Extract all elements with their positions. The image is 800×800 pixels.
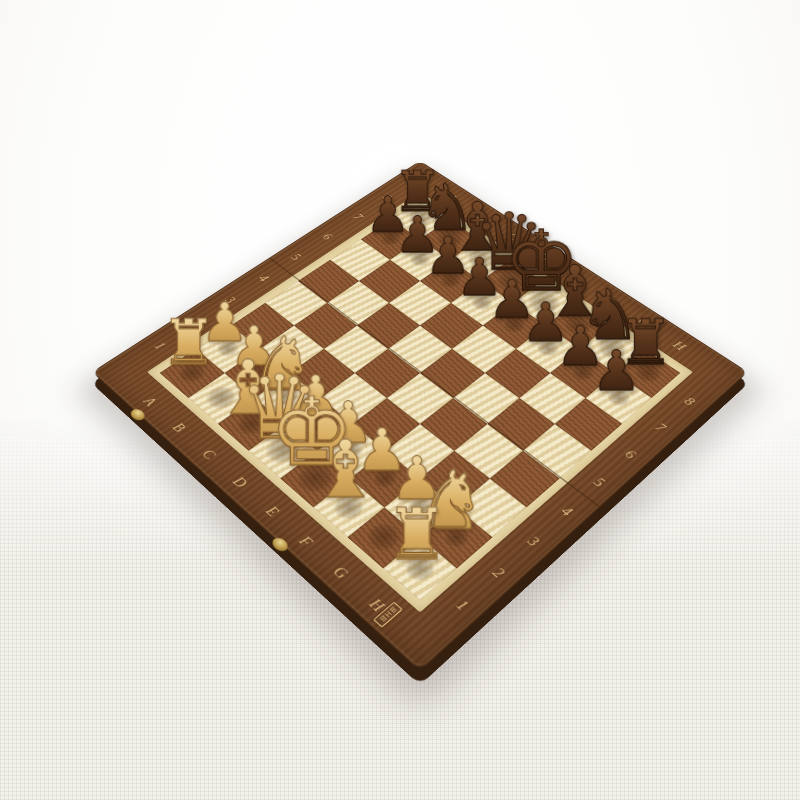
rank-label-left-4: 4 [256,273,272,284]
brand-stamp-text: BHB [378,606,398,624]
rank-label-right-6: 6 [623,448,640,462]
rank-label-right-3: 3 [525,534,543,549]
file-label-near-g: G [330,564,351,582]
hinge-clasp-icon [270,536,291,554]
rank-label-right-4: 4 [559,504,576,519]
black-pawn-icon: ♟ [592,344,641,399]
white-bishop-icon: ♝ [310,430,381,509]
file-label-near-c: C [199,447,218,462]
rank-label-right-8: 8 [682,395,698,408]
rank-label-left-5: 5 [289,252,304,262]
white-rook-icon: ♜ [161,312,217,374]
file-label-near-h: H [366,596,388,615]
hinge-clasp-icon [128,407,147,422]
rank-label-right-7: 7 [653,421,669,434]
rank-label-right-1: 1 [453,597,472,614]
file-label-near-d: D [230,474,250,490]
file-label-near-b: B [170,420,189,434]
rank-label-left-6: 6 [320,232,335,242]
photo-scene: AABBCCDDEEFFGGHH1122334455667788 BHB ♜♞♝… [0,0,800,800]
rank-label-right-2: 2 [490,565,508,581]
white-rook-icon: ♜ [385,499,448,570]
file-label-near-f: F [296,533,316,549]
file-label-near-a: A [141,395,159,409]
brand-stamp: BHB [373,601,403,628]
rank-label-left-7: 7 [351,212,366,222]
rank-label-right-5: 5 [591,475,608,489]
file-label-near-e: E [263,503,282,519]
